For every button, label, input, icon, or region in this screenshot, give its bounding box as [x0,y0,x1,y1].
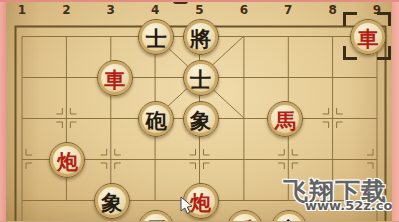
mouse-cursor-icon [180,196,194,215]
page-edge-right [392,0,399,221]
piece-glyph: 炮 [57,151,78,172]
piece-black-將-file5[interactable]: 將 [183,19,219,55]
piece-black-象-file3[interactable]: 象 [94,183,130,219]
piece-glyph: 兵 [234,219,255,222]
piece-glyph: 象 [190,110,211,131]
selection-brackets [343,12,391,60]
column-label-5: 5 [190,3,210,17]
piece-glyph: 士 [190,69,211,90]
piece-black-士-file4[interactable]: 士 [138,19,174,55]
column-label-4: 4 [145,3,165,17]
column-label-1: 1 [12,3,32,17]
piece-glyph: 卒 [279,219,300,222]
column-label-8: 8 [323,3,343,17]
piece-red-車-file3[interactable]: 車 [97,60,133,96]
piece-black-砲-file4[interactable]: 砲 [138,101,174,137]
piece-glyph: 象 [101,192,122,213]
column-label-7: 7 [278,3,298,17]
piece-glyph: 馬 [146,219,167,222]
piece-glyph: 砲 [146,110,167,131]
piece-glyph: 士 [146,28,167,49]
column-label-2: 2 [56,3,76,17]
page-edge-left [0,0,6,221]
piece-glyph: 將 [190,28,211,49]
column-label-6: 6 [234,3,254,17]
piece-glyph: 馬 [275,110,296,131]
piece-black-象-file5[interactable]: 象 [183,101,219,137]
page-edge-top [0,0,399,2]
xiangqi-screenshot: 123456789 士將車車士砲象馬炮象炮馬兵卒 飞翔下载 www.52z.co… [0,0,399,221]
piece-glyph: 車 [104,69,125,90]
piece-black-士-file5[interactable]: 士 [183,60,219,96]
piece-red-車-file9[interactable]: 車 [350,19,386,55]
column-label-3: 3 [101,3,121,17]
piece-red-馬-file7[interactable]: 馬 [267,101,303,137]
